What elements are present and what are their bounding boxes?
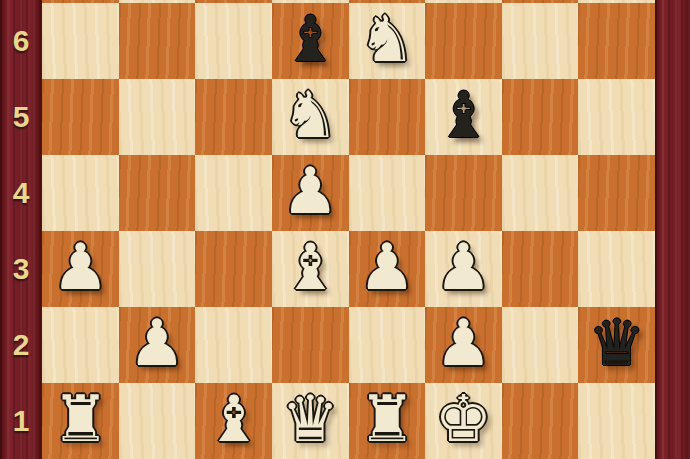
square-d6[interactable]: ♝ xyxy=(272,3,349,79)
square-a6[interactable] xyxy=(42,3,119,79)
square-b4[interactable] xyxy=(119,155,196,231)
square-f5[interactable]: ♝ xyxy=(425,79,502,155)
square-g5[interactable] xyxy=(502,79,579,155)
square-h1[interactable] xyxy=(578,383,655,459)
square-g1[interactable] xyxy=(502,383,579,459)
square-f1[interactable]: ♚ xyxy=(425,383,502,459)
piece-white-pawn-e3[interactable]: ♟ xyxy=(358,235,415,303)
square-d3[interactable]: ♝ xyxy=(272,231,349,307)
rank-label-5: 5 xyxy=(0,100,42,134)
square-g4[interactable] xyxy=(502,155,579,231)
square-b2[interactable]: ♟ xyxy=(119,307,196,383)
piece-black-bishop-f5[interactable]: ♝ xyxy=(435,83,492,151)
square-f2[interactable]: ♟ xyxy=(425,307,502,383)
square-b6[interactable] xyxy=(119,3,196,79)
square-b5[interactable] xyxy=(119,79,196,155)
square-g2[interactable] xyxy=(502,307,579,383)
square-h2[interactable]: ♛ xyxy=(578,307,655,383)
square-h3[interactable] xyxy=(578,231,655,307)
square-c5[interactable] xyxy=(195,79,272,155)
piece-white-king-f1[interactable]: ♚ xyxy=(435,387,492,455)
rank-label-1: 1 xyxy=(0,404,42,438)
square-c2[interactable] xyxy=(195,307,272,383)
square-a3[interactable]: ♟ xyxy=(42,231,119,307)
square-e5[interactable] xyxy=(349,79,426,155)
square-a2[interactable] xyxy=(42,307,119,383)
piece-white-rook-a1[interactable]: ♜ xyxy=(52,387,109,455)
square-e4[interactable] xyxy=(349,155,426,231)
square-d5[interactable]: ♞ xyxy=(272,79,349,155)
square-b3[interactable] xyxy=(119,231,196,307)
piece-white-pawn-d4[interactable]: ♟ xyxy=(282,159,339,227)
piece-white-bishop-c1[interactable]: ♝ xyxy=(205,387,262,455)
square-f4[interactable] xyxy=(425,155,502,231)
square-e2[interactable] xyxy=(349,307,426,383)
square-e3[interactable]: ♟ xyxy=(349,231,426,307)
square-e6[interactable]: ♞ xyxy=(349,3,426,79)
square-h5[interactable] xyxy=(578,79,655,155)
board-frame-left: 6 5 4 3 2 1 xyxy=(0,0,42,459)
piece-white-knight-d5[interactable]: ♞ xyxy=(282,83,339,151)
square-d2[interactable] xyxy=(272,307,349,383)
square-c3[interactable] xyxy=(195,231,272,307)
square-d4[interactable]: ♟ xyxy=(272,155,349,231)
square-d1[interactable]: ♛ xyxy=(272,383,349,459)
square-g6[interactable] xyxy=(502,3,579,79)
piece-white-knight-e6[interactable]: ♞ xyxy=(358,7,415,75)
square-h4[interactable] xyxy=(578,155,655,231)
rank-label-2: 2 xyxy=(0,328,42,362)
piece-black-bishop-d6[interactable]: ♝ xyxy=(282,7,339,75)
piece-white-pawn-a3[interactable]: ♟ xyxy=(52,235,109,303)
piece-white-pawn-f3[interactable]: ♟ xyxy=(435,235,492,303)
square-f3[interactable]: ♟ xyxy=(425,231,502,307)
chess-diagram: ♝♞♞♝♟♟♝♟♟♟♟♛♜♝♛♜♚ 6 5 4 3 2 1 xyxy=(0,0,690,459)
square-f6[interactable] xyxy=(425,3,502,79)
piece-white-pawn-b2[interactable]: ♟ xyxy=(128,311,185,379)
rank-label-3: 3 xyxy=(0,252,42,286)
board-frame-right xyxy=(655,0,690,459)
square-h6[interactable] xyxy=(578,3,655,79)
piece-white-queen-d1[interactable]: ♛ xyxy=(282,387,339,455)
board: ♝♞♞♝♟♟♝♟♟♟♟♛♜♝♛♜♚ xyxy=(42,0,655,459)
square-a1[interactable]: ♜ xyxy=(42,383,119,459)
rank-label-6: 6 xyxy=(0,24,42,58)
rank-label-4: 4 xyxy=(0,176,42,210)
piece-white-pawn-f2[interactable]: ♟ xyxy=(435,311,492,379)
piece-black-queen-h2[interactable]: ♛ xyxy=(588,311,645,379)
piece-white-bishop-d3[interactable]: ♝ xyxy=(282,235,339,303)
square-e1[interactable]: ♜ xyxy=(349,383,426,459)
square-b1[interactable] xyxy=(119,383,196,459)
square-c6[interactable] xyxy=(195,3,272,79)
square-c4[interactable] xyxy=(195,155,272,231)
piece-white-rook-e1[interactable]: ♜ xyxy=(358,387,415,455)
square-a5[interactable] xyxy=(42,79,119,155)
square-g3[interactable] xyxy=(502,231,579,307)
square-c1[interactable]: ♝ xyxy=(195,383,272,459)
square-a4[interactable] xyxy=(42,155,119,231)
